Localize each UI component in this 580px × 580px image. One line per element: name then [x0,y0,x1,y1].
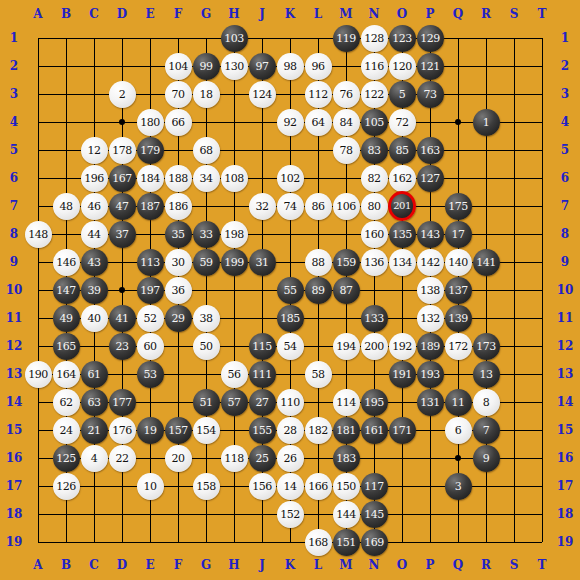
board-cell[interactable]: 171 [388,416,416,444]
board-cell[interactable]: 84 [332,108,360,136]
board-cell[interactable]: 176 [108,416,136,444]
board-cell[interactable] [164,500,192,528]
board-cell[interactable]: 27 [248,388,276,416]
board-cell[interactable] [108,276,136,304]
board-cell[interactable]: 28 [276,416,304,444]
board-cell[interactable]: 50 [192,332,220,360]
board-cell[interactable]: 18 [192,80,220,108]
board-cell[interactable]: 40 [80,304,108,332]
board-cell[interactable] [220,472,248,500]
board-cell[interactable] [528,360,556,388]
board-cell[interactable] [500,276,528,304]
board-cell[interactable] [24,472,52,500]
board-cell[interactable]: 142 [416,248,444,276]
board-cell[interactable]: 47 [108,192,136,220]
board-cell[interactable] [416,416,444,444]
board-cell[interactable] [416,500,444,528]
board-cell[interactable]: 92 [276,108,304,136]
board-cell[interactable]: 158 [192,472,220,500]
board-cell[interactable]: 19 [136,416,164,444]
board-cell[interactable]: 125 [52,444,80,472]
board-cell[interactable] [444,80,472,108]
board-cell[interactable] [472,164,500,192]
board-cell[interactable]: 21 [80,416,108,444]
board-cell[interactable]: 22 [108,444,136,472]
board-cell[interactable]: 186 [164,192,192,220]
board-cell[interactable] [500,528,528,556]
board-cell[interactable]: 13 [472,360,500,388]
board-cell[interactable]: 85 [388,136,416,164]
board-cell[interactable]: 89 [304,276,332,304]
board-cell[interactable] [136,388,164,416]
board-cell[interactable]: 78 [332,136,360,164]
board-cell[interactable] [52,500,80,528]
board-cell[interactable] [276,136,304,164]
board-cell[interactable]: 5 [388,80,416,108]
board-cell[interactable] [472,136,500,164]
board-cell[interactable]: 194 [332,332,360,360]
board-cell[interactable] [24,248,52,276]
board-cell[interactable]: 87 [332,276,360,304]
board-cell[interactable] [528,528,556,556]
board-cell[interactable]: 1 [472,108,500,136]
board-cell[interactable] [276,24,304,52]
board-cell[interactable]: 73 [416,80,444,108]
board-cell[interactable]: 193 [416,360,444,388]
board-cell[interactable]: 55 [276,276,304,304]
board-cell[interactable]: 152 [276,500,304,528]
board-cell[interactable]: 172 [444,332,472,360]
board-cell[interactable]: 103 [220,24,248,52]
board-cell[interactable] [500,164,528,192]
board-cell[interactable] [248,528,276,556]
board-cell[interactable] [304,136,332,164]
board-cell[interactable] [528,80,556,108]
board-cell[interactable]: 36 [164,276,192,304]
board-cell[interactable] [500,444,528,472]
board-cell[interactable] [388,304,416,332]
board-cell[interactable] [472,52,500,80]
board-cell[interactable]: 33 [192,220,220,248]
board-cell[interactable]: 163 [416,136,444,164]
board-cell[interactable]: 58 [304,360,332,388]
board-cell[interactable]: 132 [416,304,444,332]
board-cell[interactable]: 64 [304,108,332,136]
board-cell[interactable]: 180 [136,108,164,136]
board-cell[interactable]: 98 [276,52,304,80]
board-cell[interactable]: 26 [276,444,304,472]
board-cell[interactable] [52,164,80,192]
board-cell[interactable] [24,388,52,416]
board-cell[interactable]: 130 [220,52,248,80]
board-cell[interactable]: 88 [304,248,332,276]
board-cell[interactable]: 129 [416,24,444,52]
board-cell[interactable] [500,220,528,248]
board-cell[interactable] [108,500,136,528]
board-cell[interactable] [500,388,528,416]
board-cell[interactable] [136,444,164,472]
board-cell[interactable] [108,360,136,388]
board-cell[interactable] [388,500,416,528]
board-cell[interactable] [24,136,52,164]
board-cell[interactable]: 197 [136,276,164,304]
board-cell[interactable]: 116 [360,52,388,80]
board-cell[interactable]: 137 [444,276,472,304]
board-cell[interactable]: 35 [164,220,192,248]
board-cell[interactable] [52,528,80,556]
board-cell[interactable]: 145 [360,500,388,528]
board-cell[interactable] [220,416,248,444]
board-cell[interactable] [472,24,500,52]
board-cell[interactable] [248,500,276,528]
board-cell[interactable]: 106 [332,192,360,220]
board-cell[interactable]: 164 [52,360,80,388]
board-cell[interactable]: 118 [220,444,248,472]
board-cell[interactable] [248,276,276,304]
board-cell[interactable]: 117 [360,472,388,500]
board-cell[interactable]: 25 [248,444,276,472]
board-cell[interactable]: 37 [108,220,136,248]
board-cell[interactable] [80,500,108,528]
board-cell[interactable]: 160 [360,220,388,248]
board-cell[interactable] [500,136,528,164]
board-cell[interactable]: 53 [136,360,164,388]
board-cell[interactable]: 120 [388,52,416,80]
board-cell[interactable]: 126 [52,472,80,500]
board-cell[interactable] [360,444,388,472]
board-cell[interactable]: 7 [472,416,500,444]
board-cell[interactable] [304,24,332,52]
board-cell[interactable]: 80 [360,192,388,220]
board-cell[interactable] [192,276,220,304]
board-cell[interactable] [528,276,556,304]
board-cell[interactable] [24,332,52,360]
board-cell[interactable] [52,52,80,80]
board-cell[interactable]: 59 [192,248,220,276]
board-cell[interactable] [164,24,192,52]
board-cell[interactable] [472,276,500,304]
board-cell[interactable] [80,528,108,556]
board-cell[interactable] [528,500,556,528]
board-cell[interactable]: 146 [52,248,80,276]
board-cell[interactable] [164,472,192,500]
board-cell[interactable] [444,360,472,388]
board-cell[interactable]: 30 [164,248,192,276]
board-cell[interactable] [24,528,52,556]
board-cell[interactable]: 38 [192,304,220,332]
board-cell[interactable] [500,332,528,360]
board-cell[interactable] [24,500,52,528]
board-cell[interactable] [444,500,472,528]
board-cell[interactable] [528,304,556,332]
board-cell[interactable] [24,108,52,136]
board-cell[interactable] [248,304,276,332]
board-cell[interactable] [416,528,444,556]
board-cell[interactable] [220,332,248,360]
board-cell[interactable] [220,304,248,332]
board-cell[interactable] [192,500,220,528]
board-cell[interactable] [500,472,528,500]
board-cell[interactable] [220,192,248,220]
board-cell[interactable] [528,444,556,472]
board-cell[interactable]: 82 [360,164,388,192]
board-cell[interactable] [24,164,52,192]
board-cell[interactable]: 165 [52,332,80,360]
board-cell[interactable] [220,80,248,108]
board-cell[interactable]: 169 [360,528,388,556]
board-cell[interactable] [304,164,332,192]
board-cell[interactable] [416,108,444,136]
board-cell[interactable] [528,388,556,416]
board-cell[interactable] [52,220,80,248]
board-cell[interactable]: 191 [388,360,416,388]
board-cell[interactable] [24,80,52,108]
board-cell[interactable] [24,52,52,80]
board-cell[interactable]: 62 [52,388,80,416]
board-cell[interactable]: 114 [332,388,360,416]
board-cell[interactable] [500,416,528,444]
board-cell[interactable]: 72 [388,108,416,136]
board-cell[interactable]: 199 [220,248,248,276]
board-cell[interactable]: 121 [416,52,444,80]
board-cell[interactable] [220,136,248,164]
board-cell[interactable] [136,52,164,80]
board-cell[interactable] [528,164,556,192]
board-cell[interactable] [192,360,220,388]
board-cell[interactable] [108,472,136,500]
board-cell[interactable] [80,24,108,52]
board-cell[interactable]: 198 [220,220,248,248]
board-cell[interactable] [472,80,500,108]
board-cell[interactable]: 8 [472,388,500,416]
board-cell[interactable] [388,388,416,416]
board-cell[interactable]: 32 [248,192,276,220]
board-cell[interactable] [528,332,556,360]
board-cell[interactable] [52,80,80,108]
board-cell[interactable]: 184 [136,164,164,192]
board-cell[interactable] [416,192,444,220]
board-cell[interactable]: 60 [136,332,164,360]
board-cell[interactable] [192,192,220,220]
board-cell[interactable] [80,80,108,108]
board-cell[interactable]: 190 [24,360,52,388]
board-cell[interactable]: 133 [360,304,388,332]
board-cell[interactable]: 181 [332,416,360,444]
board-cell[interactable]: 151 [332,528,360,556]
board-cell[interactable]: 167 [108,164,136,192]
board-cell[interactable] [304,500,332,528]
board-cell[interactable] [472,528,500,556]
board-cell[interactable]: 138 [416,276,444,304]
board-cell[interactable] [192,108,220,136]
board-cell[interactable] [136,528,164,556]
board-cell[interactable]: 2 [108,80,136,108]
board-cell[interactable]: 175 [444,192,472,220]
board-cell[interactable]: 52 [136,304,164,332]
board-cell[interactable] [164,360,192,388]
board-cell[interactable] [108,24,136,52]
board-cell[interactable] [108,108,136,136]
board-cell[interactable] [528,192,556,220]
board-cell[interactable] [416,444,444,472]
board-cell[interactable] [24,192,52,220]
board-cell[interactable] [528,136,556,164]
board-cell[interactable]: 97 [248,52,276,80]
board-cell[interactable] [276,220,304,248]
board-cell[interactable]: 46 [80,192,108,220]
board-cell[interactable]: 31 [248,248,276,276]
board-cell[interactable] [24,416,52,444]
board-cell[interactable]: 17 [444,220,472,248]
board-cell[interactable]: 173 [472,332,500,360]
board-cell[interactable]: 155 [248,416,276,444]
board-cell[interactable] [388,444,416,472]
board-cell[interactable]: 12 [80,136,108,164]
board-cell[interactable]: 124 [248,80,276,108]
board-cell[interactable] [220,500,248,528]
board-cell[interactable] [108,248,136,276]
board-cell[interactable] [80,108,108,136]
board-cell[interactable]: 119 [332,24,360,52]
board-cell[interactable]: 159 [332,248,360,276]
board-cell[interactable]: 99 [192,52,220,80]
board-cell[interactable]: 177 [108,388,136,416]
board-cell[interactable] [304,388,332,416]
board-cell[interactable] [332,360,360,388]
board-cell[interactable]: 51 [192,388,220,416]
board-cell[interactable] [528,416,556,444]
board-cell[interactable] [388,472,416,500]
board-cell[interactable]: 178 [108,136,136,164]
board-cell[interactable]: 196 [80,164,108,192]
board-cell[interactable] [304,332,332,360]
board-cell[interactable]: 104 [164,52,192,80]
board-cell[interactable]: 122 [360,80,388,108]
board-cell[interactable]: 157 [164,416,192,444]
board-cell[interactable] [108,528,136,556]
board-cell[interactable] [472,304,500,332]
board-cell[interactable]: 131 [416,388,444,416]
board-cell[interactable] [220,108,248,136]
board-cell[interactable] [500,192,528,220]
board-cell[interactable]: 143 [416,220,444,248]
board-cell[interactable]: 34 [192,164,220,192]
board-cell[interactable]: 140 [444,248,472,276]
board-cell[interactable] [444,52,472,80]
board-cell[interactable]: 14 [276,472,304,500]
board-cell[interactable]: 10 [136,472,164,500]
board-cell[interactable] [500,108,528,136]
board-cell[interactable] [444,164,472,192]
board-cell[interactable]: 102 [276,164,304,192]
board-cell[interactable]: 162 [388,164,416,192]
board-cell[interactable]: 115 [248,332,276,360]
board-cell[interactable]: 135 [388,220,416,248]
board-cell[interactable] [192,528,220,556]
board-cell[interactable]: 6 [444,416,472,444]
board-cell[interactable]: 168 [304,528,332,556]
board-cell[interactable]: 112 [304,80,332,108]
board-cell[interactable]: 76 [332,80,360,108]
board-cell[interactable] [276,528,304,556]
board-cell[interactable] [136,500,164,528]
board-cell[interactable] [24,24,52,52]
board-cell[interactable]: 188 [164,164,192,192]
board-cell[interactable] [80,332,108,360]
board-cell[interactable] [528,220,556,248]
board-cell[interactable]: 108 [220,164,248,192]
board-cell[interactable] [500,52,528,80]
board-cell[interactable] [276,360,304,388]
board-cell[interactable] [444,136,472,164]
board-cell[interactable] [444,528,472,556]
board-cell[interactable] [248,220,276,248]
board-cell[interactable]: 200 [360,332,388,360]
board-cell[interactable]: 148 [24,220,52,248]
board-cell[interactable] [80,52,108,80]
board-cell[interactable] [500,80,528,108]
board-cell[interactable]: 70 [164,80,192,108]
board-cell[interactable] [528,248,556,276]
board-cell[interactable]: 105 [360,108,388,136]
board-cell[interactable]: 183 [332,444,360,472]
board-cell[interactable] [24,276,52,304]
board-cell[interactable] [444,444,472,472]
board-cell[interactable]: 56 [220,360,248,388]
board-cell[interactable] [472,220,500,248]
board-cell[interactable] [360,360,388,388]
board-cell[interactable]: 29 [164,304,192,332]
board-cell[interactable] [164,528,192,556]
board-cell[interactable] [416,472,444,500]
board-cell[interactable]: 9 [472,444,500,472]
board-cell[interactable]: 54 [276,332,304,360]
board-cell[interactable]: 128 [360,24,388,52]
board-cell[interactable] [472,192,500,220]
board-cell[interactable]: 134 [388,248,416,276]
board-cell[interactable] [304,444,332,472]
board-cell[interactable] [220,528,248,556]
board-cell[interactable]: 127 [416,164,444,192]
board-cell[interactable] [248,136,276,164]
board-cell[interactable] [528,52,556,80]
board-cell[interactable] [276,248,304,276]
board-cell[interactable] [528,472,556,500]
board-cell[interactable]: 185 [276,304,304,332]
board-cell[interactable] [332,220,360,248]
board-cell[interactable]: 136 [360,248,388,276]
board-cell[interactable]: 192 [388,332,416,360]
board-cell[interactable]: 68 [192,136,220,164]
board-cell[interactable] [192,24,220,52]
board-cell[interactable] [52,136,80,164]
board-cell[interactable]: 141 [472,248,500,276]
board-cell[interactable] [192,444,220,472]
board-cell[interactable] [108,52,136,80]
board-cell[interactable]: 57 [220,388,248,416]
board-cell[interactable]: 86 [304,192,332,220]
board-cell[interactable]: 189 [416,332,444,360]
board-cell[interactable]: 66 [164,108,192,136]
board-cell[interactable]: 48 [52,192,80,220]
board-cell[interactable] [248,108,276,136]
board-cell[interactable]: 147 [52,276,80,304]
board-cell[interactable]: 74 [276,192,304,220]
board-cell[interactable] [332,52,360,80]
board-cell[interactable]: 4 [80,444,108,472]
board-cell[interactable]: 123 [388,24,416,52]
board-cell[interactable] [500,360,528,388]
